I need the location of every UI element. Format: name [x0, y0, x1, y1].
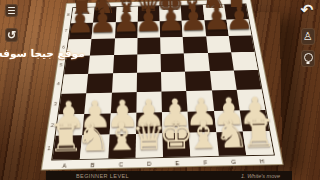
square-g4[interactable] [209, 71, 236, 91]
restart-button[interactable]: ↺ [5, 28, 18, 42]
square-h1[interactable]: ♜ [243, 131, 274, 155]
file-label-f: F [191, 157, 220, 167]
hint-button[interactable] [301, 50, 315, 67]
square-e6[interactable] [160, 37, 184, 54]
undo-arrow-icon: ↶ [301, 2, 314, 17]
pawn-icon: ♙ [303, 31, 313, 42]
square-e4[interactable] [161, 72, 186, 92]
piece-style-button[interactable]: ♙ [301, 28, 315, 45]
square-e5[interactable] [161, 54, 186, 73]
undo-button[interactable]: ↶ [298, 1, 316, 18]
square-d6[interactable] [137, 37, 160, 55]
file-label-a: A [50, 160, 79, 170]
square-d5[interactable] [137, 54, 161, 73]
black-pawn[interactable]: ♟ [225, 3, 254, 34]
board-grid[interactable]: ♜♞♝♛♚♝♞♜♟♟♟♟♟♟♟♟♟♟♟♟♟♟♟♟♜♞♝♛♚♝♞♜ [51, 3, 275, 160]
square-f4[interactable] [185, 71, 211, 91]
square-f6[interactable] [183, 36, 208, 53]
hamburger-menu-icon [8, 7, 15, 14]
square-c5[interactable] [113, 55, 138, 74]
white-rook[interactable]: ♜ [241, 115, 276, 152]
file-label-h: H [247, 156, 277, 166]
square-h4[interactable] [234, 70, 262, 90]
file-label-g: G [219, 156, 248, 166]
chess-board[interactable]: 87654321 ♜♞♝♛♚♝♞♜♟♟♟♟♟♟♟♟♟♟♟♟♟♟♟♟♜♞♝♛♚♝♞… [53, 0, 267, 175]
lightbulb-icon [304, 53, 313, 62]
level-label: BEGINNER LEVEL [76, 173, 129, 179]
file-label-c: C [107, 159, 136, 169]
file-label-d: D [135, 158, 163, 168]
square-h7[interactable]: ♟ [226, 19, 251, 35]
square-b6[interactable] [90, 38, 114, 56]
square-f5[interactable] [184, 53, 209, 72]
file-label-b: B [78, 159, 107, 169]
app-screen: موقع جيجا سوفت ↺ ↶ ♙ 87654321 ♜♞♝♛♚♝♞♜♟♟… [0, 0, 320, 180]
status-bar: BEGINNER LEVEL 1. White's move [46, 171, 292, 180]
square-d4[interactable] [136, 72, 161, 92]
file-label-e: E [163, 157, 192, 167]
square-a4[interactable] [62, 74, 89, 94]
restart-icon: ↺ [7, 30, 16, 41]
square-c6[interactable] [114, 38, 138, 56]
board-frame: 87654321 ♜♞♝♛♚♝♞♜♟♟♟♟♟♟♟♟♟♟♟♟♟♟♟♟♜♞♝♛♚♝♞… [41, 0, 284, 171]
square-b5[interactable] [88, 55, 113, 74]
square-h5[interactable] [231, 52, 258, 71]
move-status-label: 1. White's move [241, 173, 280, 179]
square-g6[interactable] [206, 36, 231, 53]
menu-button[interactable] [5, 4, 18, 17]
square-c4[interactable] [111, 73, 136, 93]
square-g5[interactable] [208, 53, 234, 72]
watermark-text: موقع جيجا سوفت [0, 47, 85, 59]
square-b4[interactable] [86, 73, 112, 93]
square-h6[interactable] [229, 35, 255, 52]
